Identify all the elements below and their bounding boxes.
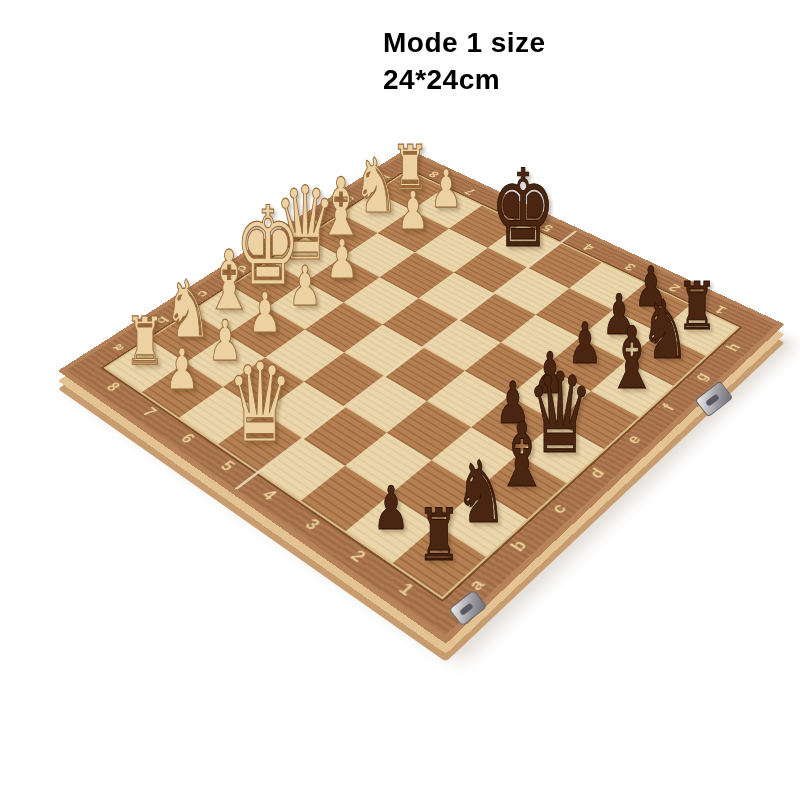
title-line-2: 24*24cm (383, 61, 546, 98)
play-area (106, 170, 737, 596)
product-title: Mode 1 size 24*24cm (383, 24, 546, 98)
board-surface: abcdefgh abcdefgh 87654321 87654321 (57, 148, 784, 644)
title-line-1: Mode 1 size (383, 24, 546, 61)
